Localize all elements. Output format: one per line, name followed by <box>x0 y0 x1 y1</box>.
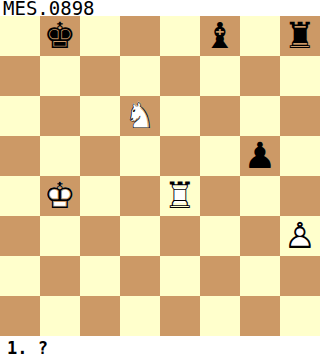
square-d7[interactable] <box>120 56 160 96</box>
square-g2[interactable] <box>240 256 280 296</box>
square-c1[interactable] <box>80 296 120 336</box>
square-f6[interactable] <box>200 96 240 136</box>
square-h1[interactable] <box>280 296 320 336</box>
piece-black-king: ♚ <box>40 16 80 56</box>
square-c5[interactable] <box>80 136 120 176</box>
square-f4[interactable] <box>200 176 240 216</box>
square-f2[interactable] <box>200 256 240 296</box>
square-b1[interactable] <box>40 296 80 336</box>
square-g8[interactable] <box>240 16 280 56</box>
square-d5[interactable] <box>120 136 160 176</box>
square-c7[interactable] <box>80 56 120 96</box>
square-f5[interactable] <box>200 136 240 176</box>
white-pawn-outline-glyph: ♙ <box>280 216 320 256</box>
square-b3[interactable] <box>40 216 80 256</box>
square-b2[interactable] <box>40 256 80 296</box>
chess-board: ♚♝♜♞♘♟♚♔♜♖♟♙ <box>0 16 320 336</box>
square-g1[interactable] <box>240 296 280 336</box>
square-b7[interactable] <box>40 56 80 96</box>
square-c6[interactable] <box>80 96 120 136</box>
footer-bar: 1. ? <box>0 336 320 360</box>
square-d8[interactable] <box>120 16 160 56</box>
square-h5[interactable] <box>280 136 320 176</box>
piece-black-pawn: ♟ <box>240 136 280 176</box>
piece-white-king: ♚♔ <box>40 176 80 216</box>
square-h7[interactable] <box>280 56 320 96</box>
square-f1[interactable] <box>200 296 240 336</box>
square-d1[interactable] <box>120 296 160 336</box>
square-d4[interactable] <box>120 176 160 216</box>
square-g5[interactable]: ♟ <box>240 136 280 176</box>
square-e7[interactable] <box>160 56 200 96</box>
square-e1[interactable] <box>160 296 200 336</box>
white-knight-outline-glyph: ♘ <box>120 96 160 136</box>
square-c8[interactable] <box>80 16 120 56</box>
square-a3[interactable] <box>0 216 40 256</box>
square-g7[interactable] <box>240 56 280 96</box>
square-e5[interactable] <box>160 136 200 176</box>
square-h6[interactable] <box>280 96 320 136</box>
piece-black-bishop: ♝ <box>200 16 240 56</box>
square-e2[interactable] <box>160 256 200 296</box>
square-g4[interactable] <box>240 176 280 216</box>
square-e6[interactable] <box>160 96 200 136</box>
square-f3[interactable] <box>200 216 240 256</box>
square-a5[interactable] <box>0 136 40 176</box>
header-bar: MES.0898 <box>0 0 320 16</box>
square-d3[interactable] <box>120 216 160 256</box>
square-a8[interactable] <box>0 16 40 56</box>
piece-white-knight: ♞♘ <box>120 96 160 136</box>
piece-black-rook: ♜ <box>280 16 320 56</box>
puzzle-id: MES.0898 <box>3 0 95 16</box>
piece-white-pawn: ♟♙ <box>280 216 320 256</box>
square-h8[interactable]: ♜ <box>280 16 320 56</box>
square-f7[interactable] <box>200 56 240 96</box>
square-e8[interactable] <box>160 16 200 56</box>
square-c2[interactable] <box>80 256 120 296</box>
square-a7[interactable] <box>0 56 40 96</box>
square-c3[interactable] <box>80 216 120 256</box>
white-king-outline-glyph: ♔ <box>40 176 80 216</box>
square-g6[interactable] <box>240 96 280 136</box>
square-h4[interactable] <box>280 176 320 216</box>
square-a4[interactable] <box>0 176 40 216</box>
move-prompt: 1. ? <box>7 338 48 358</box>
piece-white-rook: ♜♖ <box>160 176 200 216</box>
square-e3[interactable] <box>160 216 200 256</box>
square-c4[interactable] <box>80 176 120 216</box>
square-h3[interactable]: ♟♙ <box>280 216 320 256</box>
square-b4[interactable]: ♚♔ <box>40 176 80 216</box>
square-a2[interactable] <box>0 256 40 296</box>
square-e4[interactable]: ♜♖ <box>160 176 200 216</box>
square-a1[interactable] <box>0 296 40 336</box>
square-h2[interactable] <box>280 256 320 296</box>
white-rook-outline-glyph: ♖ <box>160 176 200 216</box>
square-b6[interactable] <box>40 96 80 136</box>
square-a6[interactable] <box>0 96 40 136</box>
square-b5[interactable] <box>40 136 80 176</box>
square-f8[interactable]: ♝ <box>200 16 240 56</box>
square-d2[interactable] <box>120 256 160 296</box>
square-d6[interactable]: ♞♘ <box>120 96 160 136</box>
square-g3[interactable] <box>240 216 280 256</box>
square-b8[interactable]: ♚ <box>40 16 80 56</box>
